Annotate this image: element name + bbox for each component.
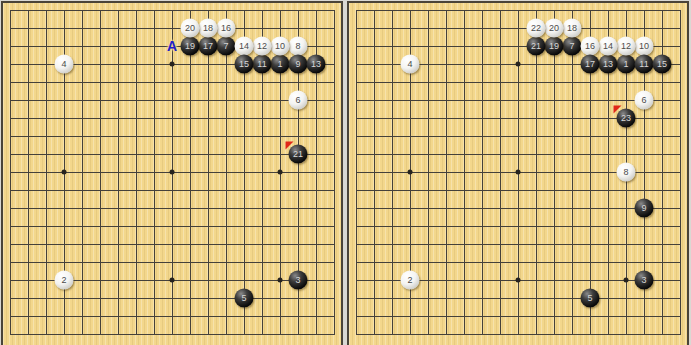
board-grid: 123456789101112131415161718192021A bbox=[10, 10, 335, 335]
stone-black-9: 9 bbox=[289, 55, 308, 74]
stone-white-14: 14 bbox=[235, 37, 254, 56]
stone-black-5: 5 bbox=[581, 289, 600, 308]
stone-white-2: 2 bbox=[401, 271, 420, 290]
last-move-marker bbox=[286, 142, 294, 150]
stone-black-23: 23 bbox=[617, 109, 636, 128]
stone-black-1: 1 bbox=[617, 55, 636, 74]
stone-black-7: 7 bbox=[217, 37, 236, 56]
stone-white-6: 6 bbox=[289, 91, 308, 110]
stone-black-17: 17 bbox=[581, 55, 600, 74]
stone-black-11: 11 bbox=[635, 55, 654, 74]
hoshi-point bbox=[516, 62, 521, 67]
stone-white-10: 10 bbox=[271, 37, 290, 56]
stone-white-2: 2 bbox=[55, 271, 74, 290]
stone-black-15: 15 bbox=[653, 55, 672, 74]
stone-white-12: 12 bbox=[617, 37, 636, 56]
stone-white-22: 22 bbox=[527, 19, 546, 38]
point-label-A: A bbox=[167, 38, 177, 54]
hoshi-point bbox=[170, 170, 175, 175]
stone-black-11: 11 bbox=[253, 55, 272, 74]
hoshi-point bbox=[516, 170, 521, 175]
stone-white-16: 16 bbox=[217, 19, 236, 38]
hoshi-point bbox=[516, 278, 521, 283]
stone-black-19: 19 bbox=[545, 37, 564, 56]
stone-white-4: 4 bbox=[401, 55, 420, 74]
hoshi-point bbox=[278, 278, 283, 283]
hoshi-point bbox=[624, 278, 629, 283]
stone-black-1: 1 bbox=[271, 55, 290, 74]
stone-black-3: 3 bbox=[635, 271, 654, 290]
hoshi-point bbox=[408, 170, 413, 175]
hoshi-point bbox=[278, 170, 283, 175]
stone-white-6: 6 bbox=[635, 91, 654, 110]
last-move-marker bbox=[614, 106, 622, 114]
stone-black-21: 21 bbox=[527, 37, 546, 56]
stone-white-8: 8 bbox=[617, 163, 636, 182]
stone-black-9: 9 bbox=[635, 199, 654, 218]
stone-black-17: 17 bbox=[199, 37, 218, 56]
go-diagram-page: 123456789101112131415161718192021A 12345… bbox=[0, 0, 691, 345]
stone-white-12: 12 bbox=[253, 37, 272, 56]
stone-white-18: 18 bbox=[563, 19, 582, 38]
stone-white-20: 20 bbox=[181, 19, 200, 38]
hoshi-point bbox=[170, 278, 175, 283]
hoshi-point bbox=[62, 170, 67, 175]
stone-white-14: 14 bbox=[599, 37, 618, 56]
stone-black-13: 13 bbox=[307, 55, 326, 74]
go-board-right[interactable]: 1234567891011121314151617181920212223 bbox=[347, 1, 689, 345]
hoshi-point bbox=[170, 62, 175, 67]
stone-black-3: 3 bbox=[289, 271, 308, 290]
go-board-left[interactable]: 123456789101112131415161718192021A bbox=[1, 1, 343, 345]
stone-white-18: 18 bbox=[199, 19, 218, 38]
stone-black-15: 15 bbox=[235, 55, 254, 74]
stone-white-20: 20 bbox=[545, 19, 564, 38]
stone-black-7: 7 bbox=[563, 37, 582, 56]
stone-white-10: 10 bbox=[635, 37, 654, 56]
stone-white-8: 8 bbox=[289, 37, 308, 56]
board-grid: 1234567891011121314151617181920212223 bbox=[356, 10, 681, 335]
stone-black-13: 13 bbox=[599, 55, 618, 74]
stone-white-4: 4 bbox=[55, 55, 74, 74]
stone-black-19: 19 bbox=[181, 37, 200, 56]
stone-black-5: 5 bbox=[235, 289, 254, 308]
stone-black-21: 21 bbox=[289, 145, 308, 164]
stone-white-16: 16 bbox=[581, 37, 600, 56]
